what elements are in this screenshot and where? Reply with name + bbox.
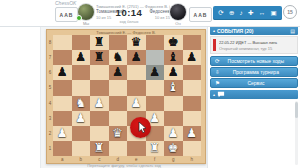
- left-panel-strip: [0, 26, 41, 168]
- rank-label-8: 8: [48, 35, 52, 50]
- black-piece-e8: ♛: [127, 35, 146, 50]
- black-piece-a6: ♟: [53, 65, 72, 80]
- white-piece-b3: ♟: [72, 111, 91, 126]
- sidebar-button-2[interactable]: ⇩Программа турнира: [210, 67, 298, 77]
- square-h6[interactable]: [183, 65, 202, 80]
- list-icon[interactable]: ▤: [290, 28, 295, 34]
- square-c7[interactable]: ♜: [90, 50, 109, 65]
- square-c6[interactable]: [90, 65, 109, 80]
- rank-label-6: 6: [48, 65, 52, 80]
- chat-scrollbar-thumb[interactable]: [295, 102, 298, 118]
- square-a7[interactable]: [53, 50, 72, 65]
- square-d5[interactable]: [109, 80, 128, 95]
- sidebar-button-label: Посмотреть новые ходы: [223, 58, 297, 64]
- square-c3[interactable]: [90, 111, 109, 126]
- square-g6[interactable]: ♟: [164, 65, 183, 80]
- white-piece-d2: ♛: [109, 126, 128, 141]
- black-piece-e7: ♟: [127, 50, 146, 65]
- chess-board: Томашевский Е. — Федосеев В. ♜♛♚♟♜♞♟♝♟♟♟…: [46, 29, 206, 164]
- events-panel-title: СОБЫТИЯ (20): [217, 28, 290, 34]
- sidebar-button-1[interactable]: ⟳Посмотреть новые ходы: [210, 56, 298, 66]
- sound-icon[interactable]: ♪: [240, 6, 243, 20]
- left-avatar-label: Мы: [76, 21, 96, 26]
- square-f8[interactable]: [146, 35, 165, 50]
- square-b2[interactable]: [72, 126, 91, 141]
- rank-label-3: 3: [48, 111, 52, 126]
- square-b1[interactable]: [72, 141, 91, 156]
- white-piece-g2: ♟: [164, 126, 183, 141]
- square-f1[interactable]: ♜: [146, 141, 165, 156]
- square-e8[interactable]: ♛: [127, 35, 146, 50]
- square-a3[interactable]: [53, 111, 72, 126]
- flip-board-icon[interactable]: ⟳: [218, 6, 223, 20]
- board-toolbar: ⟳⊕♪✚↔▣: [213, 6, 282, 20]
- square-h3[interactable]: [183, 111, 202, 126]
- main-clock: 10:14: [113, 7, 145, 18]
- event-live-marker: [213, 39, 216, 51]
- chat-collapse-caret-icon[interactable]: ▴: [213, 92, 215, 97]
- square-b7[interactable]: ♟: [72, 50, 91, 65]
- sidebar-button-3[interactable]: ⚑Сервис: [210, 78, 298, 88]
- clock-note: ход белых: [108, 19, 150, 24]
- right-player-time: 10 из 15: [146, 15, 170, 20]
- chat-body[interactable]: [210, 100, 298, 166]
- square-g2[interactable]: ♟: [164, 126, 183, 141]
- square-h7[interactable]: ♟: [183, 50, 202, 65]
- resize-icon[interactable]: ↔: [259, 6, 266, 20]
- square-g1[interactable]: ♚: [164, 141, 183, 156]
- white-piece-g5: ♝: [164, 80, 183, 95]
- square-h2[interactable]: ♟: [183, 126, 202, 141]
- black-piece-h7: ♟: [183, 50, 202, 65]
- white-piece-f1: ♜: [146, 141, 165, 156]
- square-d4[interactable]: [109, 96, 128, 111]
- download-icon: ⇩: [215, 69, 220, 75]
- right-player-name: Федосеев: [146, 9, 170, 14]
- square-d2[interactable]: ♛: [109, 126, 128, 141]
- square-f7[interactable]: [146, 50, 165, 65]
- square-c2[interactable]: [90, 126, 109, 141]
- black-piece-g7: ♝: [164, 50, 183, 65]
- rank-label-7: 7: [48, 50, 52, 65]
- left-view-toolbar[interactable]: AAB: [55, 7, 78, 22]
- chat-panel-header[interactable]: ▴: [210, 90, 298, 99]
- square-g8[interactable]: ♚: [164, 35, 183, 50]
- square-c4[interactable]: ♟: [90, 96, 109, 111]
- black-piece-g6: ♟: [164, 65, 183, 80]
- square-d1[interactable]: [109, 141, 128, 156]
- white-piece-b4: ♞: [72, 96, 91, 111]
- square-h1[interactable]: [183, 141, 202, 156]
- move-counter-badge: 15: [283, 5, 297, 19]
- square-d3[interactable]: [109, 111, 128, 126]
- square-c5[interactable]: [90, 80, 109, 95]
- square-a5[interactable]: [53, 80, 72, 95]
- square-h8[interactable]: [183, 35, 202, 50]
- black-piece-f6: ♟: [146, 65, 165, 80]
- chess-broadcast-app: ChessOK AAB Мы Томашевский Е. (2701) — Ф…: [0, 0, 300, 168]
- square-b8[interactable]: [72, 35, 91, 50]
- rank-label-5: 5: [48, 80, 52, 95]
- square-f6[interactable]: ♟: [146, 65, 165, 80]
- sidebar-button-label: Программа турнира: [223, 69, 297, 75]
- event-subtitle: Открытый чемпионат, тур 15: [219, 46, 297, 51]
- square-g7[interactable]: ♝: [164, 50, 183, 65]
- flag-icon: ⚑: [215, 80, 220, 86]
- white-piece-c4: ♟: [90, 96, 109, 111]
- fullscreen-icon[interactable]: ▣: [271, 6, 277, 20]
- refresh-icon: ⟳: [215, 58, 220, 64]
- site-logo: ChessOK: [55, 0, 76, 6]
- square-a4[interactable]: [53, 96, 72, 111]
- left-player-avatar: [78, 4, 94, 20]
- collapse-caret-icon[interactable]: ▴: [213, 28, 215, 33]
- square-g3[interactable]: [164, 111, 183, 126]
- square-e5[interactable]: [127, 80, 146, 95]
- chat-bubble-icon: [217, 91, 225, 98]
- rank-label-4: 4: [48, 96, 52, 111]
- right-avatar-label: Он: [168, 21, 188, 26]
- move-pane-icon[interactable]: ✚: [248, 6, 253, 20]
- white-piece-g1: ♚: [164, 141, 183, 156]
- black-piece-g8: ♚: [164, 35, 183, 50]
- square-a6[interactable]: ♟: [53, 65, 72, 80]
- white-piece-a2: ♟: [53, 126, 72, 141]
- square-e6[interactable]: [127, 65, 146, 80]
- black-piece-d6: ♟: [109, 65, 128, 80]
- square-e1[interactable]: [127, 141, 146, 156]
- chat-scrollbar[interactable]: [295, 101, 298, 165]
- mouse-cursor-icon: [138, 122, 147, 134]
- event-title: 22.05.22 ИДЁТ — Высшая лига: [219, 40, 297, 45]
- right-player-avatar: [170, 4, 186, 20]
- black-piece-c8: ♜: [90, 35, 109, 50]
- square-g4[interactable]: [164, 96, 183, 111]
- square-a8[interactable]: [53, 35, 72, 50]
- black-piece-b7: ♟: [72, 50, 91, 65]
- square-b3[interactable]: ♟: [72, 111, 91, 126]
- square-a1[interactable]: [53, 141, 72, 156]
- black-piece-c7: ♜: [90, 50, 109, 65]
- white-piece-h2: ♟: [183, 126, 202, 141]
- square-b6[interactable]: [72, 65, 91, 80]
- square-c1[interactable]: ♜: [90, 141, 109, 156]
- square-h4[interactable]: [183, 96, 202, 111]
- board-bottom-caption: Перетащите фигуру, чтобы сделать ход: [41, 163, 207, 168]
- square-f4[interactable]: [146, 96, 165, 111]
- header-bar: ChessOK AAB Мы Томашевский Е. (2701) — Ф…: [0, 0, 300, 27]
- black-piece-d7: ♞: [109, 50, 128, 65]
- square-f5[interactable]: [146, 80, 165, 95]
- zoom-icon[interactable]: ⊕: [229, 6, 234, 20]
- events-sidebar: ▴ СОБЫТИЯ (20) ▤ 22.05.22 ИДЁТ — Высшая …: [207, 26, 300, 168]
- right-view-toolbar[interactable]: AAB: [189, 7, 212, 22]
- square-d8[interactable]: [109, 35, 128, 50]
- square-c8[interactable]: ♜: [90, 35, 109, 50]
- square-d6[interactable]: ♟: [109, 65, 128, 80]
- square-e4[interactable]: ♟: [127, 96, 146, 111]
- square-d7[interactable]: ♞: [109, 50, 128, 65]
- square-a2[interactable]: ♟: [53, 126, 72, 141]
- square-e7[interactable]: ♟: [127, 50, 146, 65]
- square-b5[interactable]: [72, 80, 91, 95]
- events-panel-header[interactable]: ▴ СОБЫТИЯ (20) ▤: [210, 26, 298, 35]
- square-b4[interactable]: ♞: [72, 96, 91, 111]
- white-piece-e4: ♟: [127, 96, 146, 111]
- rank-label-2: 2: [48, 126, 52, 141]
- white-piece-c1: ♜: [90, 141, 109, 156]
- event-card[interactable]: 22.05.22 ИДЁТ — Высшая лига Открытый чем…: [210, 36, 298, 54]
- board-grid: ♜♛♚♟♜♞♟♝♟♟♟♟♟♝♞♟♟♟♟♟♛♟♟♜♜♚: [53, 35, 201, 156]
- square-g5[interactable]: ♝: [164, 80, 183, 95]
- square-h5[interactable]: [183, 80, 202, 95]
- sidebar-button-label: Сервис: [223, 80, 297, 86]
- red-circle-annotation: [130, 117, 151, 138]
- rank-label-1: 1: [48, 141, 52, 156]
